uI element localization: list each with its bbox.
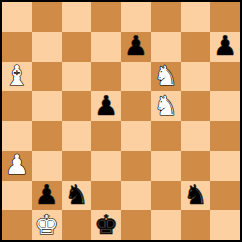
square-g2[interactable]: ♞	[181, 181, 211, 211]
black-knight-icon[interactable]: ♞	[183, 181, 207, 208]
white-pawn-icon[interactable]: ♟	[5, 151, 29, 178]
square-a6[interactable]: ♝	[2, 62, 32, 92]
square-a2[interactable]	[2, 181, 32, 211]
square-d3[interactable]	[91, 151, 121, 181]
square-e2[interactable]	[121, 181, 151, 211]
white-king-icon[interactable]: ♚	[35, 211, 59, 238]
square-a8[interactable]	[2, 2, 32, 32]
square-a1[interactable]	[2, 210, 32, 240]
square-h7[interactable]: ♟	[210, 32, 240, 62]
white-knight-icon[interactable]: ♞	[154, 92, 178, 119]
square-b4[interactable]	[32, 121, 62, 151]
square-b5[interactable]	[32, 91, 62, 121]
square-g7[interactable]	[181, 32, 211, 62]
square-b1[interactable]: ♚	[32, 210, 62, 240]
black-knight-icon[interactable]: ♞	[64, 181, 88, 208]
square-h4[interactable]	[210, 121, 240, 151]
square-b3[interactable]	[32, 151, 62, 181]
black-pawn-icon[interactable]: ♟	[213, 32, 237, 59]
square-b2[interactable]: ♟	[32, 181, 62, 211]
square-g6[interactable]	[181, 62, 211, 92]
square-f8[interactable]	[151, 2, 181, 32]
square-d4[interactable]	[91, 121, 121, 151]
square-h2[interactable]	[210, 181, 240, 211]
square-h3[interactable]	[210, 151, 240, 181]
square-c5[interactable]	[62, 91, 92, 121]
square-h1[interactable]	[210, 210, 240, 240]
square-f1[interactable]	[151, 210, 181, 240]
black-king-icon[interactable]: ♚	[94, 211, 118, 238]
white-bishop-icon[interactable]: ♝	[5, 62, 29, 89]
square-f5[interactable]: ♞	[151, 91, 181, 121]
square-c7[interactable]	[62, 32, 92, 62]
square-c3[interactable]	[62, 151, 92, 181]
square-e5[interactable]	[121, 91, 151, 121]
square-b6[interactable]	[32, 62, 62, 92]
square-a7[interactable]	[2, 32, 32, 62]
square-e7[interactable]: ♟	[121, 32, 151, 62]
black-pawn-icon[interactable]: ♟	[124, 32, 148, 59]
square-h5[interactable]	[210, 91, 240, 121]
square-b7[interactable]	[32, 32, 62, 62]
square-d2[interactable]	[91, 181, 121, 211]
square-g5[interactable]	[181, 91, 211, 121]
square-d6[interactable]	[91, 62, 121, 92]
chess-board: ♟♟♝♞♟♞♟♟♞♞♚♚	[2, 2, 240, 240]
square-f7[interactable]	[151, 32, 181, 62]
square-c4[interactable]	[62, 121, 92, 151]
square-c8[interactable]	[62, 2, 92, 32]
square-a3[interactable]: ♟	[2, 151, 32, 181]
square-h6[interactable]	[210, 62, 240, 92]
square-d1[interactable]: ♚	[91, 210, 121, 240]
square-g8[interactable]	[181, 2, 211, 32]
black-pawn-icon[interactable]: ♟	[35, 181, 59, 208]
square-g4[interactable]	[181, 121, 211, 151]
square-c1[interactable]	[62, 210, 92, 240]
square-c2[interactable]: ♞	[62, 181, 92, 211]
square-a5[interactable]	[2, 91, 32, 121]
square-d7[interactable]	[91, 32, 121, 62]
square-d8[interactable]	[91, 2, 121, 32]
square-e6[interactable]	[121, 62, 151, 92]
square-e8[interactable]	[121, 2, 151, 32]
square-f3[interactable]	[151, 151, 181, 181]
square-d5[interactable]: ♟	[91, 91, 121, 121]
white-knight-icon[interactable]: ♞	[154, 62, 178, 89]
square-f2[interactable]	[151, 181, 181, 211]
square-e1[interactable]	[121, 210, 151, 240]
black-pawn-icon[interactable]: ♟	[94, 92, 118, 119]
square-f6[interactable]: ♞	[151, 62, 181, 92]
square-g1[interactable]	[181, 210, 211, 240]
square-c6[interactable]	[62, 62, 92, 92]
square-h8[interactable]	[210, 2, 240, 32]
square-b8[interactable]	[32, 2, 62, 32]
square-e4[interactable]	[121, 121, 151, 151]
square-e3[interactable]	[121, 151, 151, 181]
square-g3[interactable]	[181, 151, 211, 181]
chess-board-frame: ♟♟♝♞♟♞♟♟♞♞♚♚	[0, 0, 242, 242]
square-f4[interactable]	[151, 121, 181, 151]
square-a4[interactable]	[2, 121, 32, 151]
